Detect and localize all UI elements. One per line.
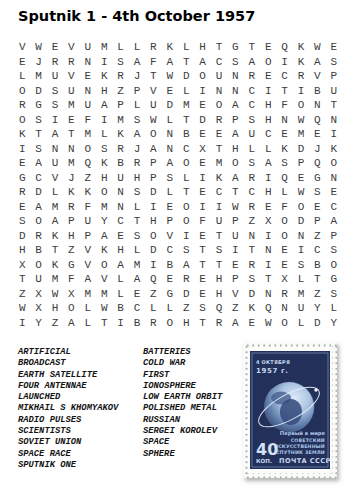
grid-cell-r11c5[interactable]: K [80, 185, 96, 200]
grid-cell-r2c6[interactable]: I [96, 55, 112, 70]
grid-cell-r1c9[interactable]: R [145, 40, 161, 55]
grid-cell-r6c9[interactable]: W [145, 113, 161, 128]
grid-cell-r11c14[interactable]: T [227, 185, 243, 200]
grid-cell-r5c1[interactable]: R [14, 98, 30, 113]
grid-cell-r1c2[interactable]: W [30, 40, 46, 55]
grid-cell-r16c9[interactable]: I [145, 258, 161, 273]
grid-cell-r11c19[interactable]: S [309, 185, 325, 200]
grid-cell-r11c7[interactable]: N [112, 185, 128, 200]
grid-cell-r19c17[interactable]: N [276, 301, 292, 316]
grid-cell-r16c18[interactable]: S [293, 258, 309, 273]
grid-cell-r16c20[interactable]: O [326, 258, 342, 273]
grid-cell-r18c16[interactable]: N [260, 287, 276, 302]
grid-cell-r8c15[interactable]: L [244, 142, 260, 157]
grid-cell-r13c20[interactable]: A [326, 214, 342, 229]
grid-cell-r17c3[interactable]: M [47, 272, 63, 287]
grid-cell-r14c4[interactable]: H [63, 229, 79, 244]
grid-cell-r9c16[interactable]: A [260, 156, 276, 171]
grid-cell-r7c19[interactable]: E [309, 127, 325, 142]
grid-cell-r2c13[interactable]: C [211, 55, 227, 70]
grid-cell-r8c10[interactable]: N [162, 142, 178, 157]
grid-cell-r19c16[interactable]: Q [260, 301, 276, 316]
grid-cell-r13c6[interactable]: Y [96, 214, 112, 229]
grid-cell-r19c18[interactable]: U [293, 301, 309, 316]
grid-cell-r14c10[interactable]: V [162, 229, 178, 244]
grid-cell-r4c18[interactable]: I [293, 84, 309, 99]
grid-cell-r8c19[interactable]: J [309, 142, 325, 157]
grid-cell-r18c14[interactable]: V [227, 287, 243, 302]
grid-cell-r20c11[interactable]: H [178, 316, 194, 331]
grid-cell-r3c6[interactable]: K [96, 69, 112, 84]
grid-cell-r16c12[interactable]: T [194, 258, 210, 273]
grid-cell-r12c18[interactable]: O [293, 200, 309, 215]
grid-cell-r16c2[interactable]: O [30, 258, 46, 273]
grid-cell-r16c14[interactable]: E [227, 258, 243, 273]
grid-cell-r14c5[interactable]: P [80, 229, 96, 244]
grid-cell-r2c14[interactable]: S [227, 55, 243, 70]
grid-cell-r18c4[interactable]: X [63, 287, 79, 302]
grid-cell-r6c3[interactable]: I [47, 113, 63, 128]
grid-cell-r2c3[interactable]: R [47, 55, 63, 70]
grid-cell-r1c11[interactable]: L [178, 40, 194, 55]
grid-cell-r1c20[interactable]: E [326, 40, 342, 55]
grid-cell-r5c3[interactable]: S [47, 98, 63, 113]
grid-cell-r12c5[interactable]: F [80, 200, 96, 215]
grid-cell-r16c4[interactable]: G [63, 258, 79, 273]
grid-cell-r9c17[interactable]: S [276, 156, 292, 171]
grid-cell-r5c5[interactable]: U [80, 98, 96, 113]
grid-cell-r12c7[interactable]: N [112, 200, 128, 215]
grid-cell-r17c11[interactable]: R [178, 272, 194, 287]
grid-cell-r8c2[interactable]: S [30, 142, 46, 157]
grid-cell-r7c15[interactable]: U [244, 127, 260, 142]
grid-cell-r4c5[interactable]: N [80, 84, 96, 99]
grid-cell-r1c15[interactable]: T [244, 40, 260, 55]
grid-cell-r11c8[interactable]: S [129, 185, 145, 200]
grid-cell-r7c1[interactable]: K [14, 127, 30, 142]
grid-cell-r14c9[interactable]: O [145, 229, 161, 244]
grid-cell-r12c3[interactable]: M [47, 200, 63, 215]
grid-cell-r19c14[interactable]: Z [227, 301, 243, 316]
grid-cell-r12c20[interactable]: C [326, 200, 342, 215]
grid-cell-r3c4[interactable]: V [63, 69, 79, 84]
grid-cell-r19c11[interactable]: Z [178, 301, 194, 316]
grid-cell-r2c20[interactable]: S [326, 55, 342, 70]
grid-cell-r10c3[interactable]: V [47, 171, 63, 186]
grid-cell-r19c9[interactable]: L [145, 301, 161, 316]
grid-cell-r19c19[interactable]: Y [309, 301, 325, 316]
grid-cell-r4c10[interactable]: E [162, 84, 178, 99]
grid-cell-r19c13[interactable]: Q [211, 301, 227, 316]
grid-cell-r2c1[interactable]: E [14, 55, 30, 70]
grid-cell-r17c20[interactable]: G [326, 272, 342, 287]
grid-cell-r16c8[interactable]: M [129, 258, 145, 273]
grid-cell-r17c17[interactable]: X [276, 272, 292, 287]
grid-cell-r3c20[interactable]: P [326, 69, 342, 84]
grid-cell-r7c17[interactable]: E [276, 127, 292, 142]
grid-cell-r18c19[interactable]: Z [309, 287, 325, 302]
grid-cell-r4c14[interactable]: N [227, 84, 243, 99]
grid-cell-r19c2[interactable]: X [30, 301, 46, 316]
grid-cell-r2c11[interactable]: T [178, 55, 194, 70]
grid-cell-r14c12[interactable]: E [194, 229, 210, 244]
grid-cell-r4c1[interactable]: O [14, 84, 30, 99]
grid-cell-r18c8[interactable]: E [129, 287, 145, 302]
grid-cell-r1c6[interactable]: M [96, 40, 112, 55]
grid-cell-r7c7[interactable]: K [112, 127, 128, 142]
grid-cell-r13c17[interactable]: O [276, 214, 292, 229]
grid-cell-r8c9[interactable]: A [145, 142, 161, 157]
grid-cell-r10c7[interactable]: U [112, 171, 128, 186]
grid-cell-r15c9[interactable]: D [145, 243, 161, 258]
grid-cell-r17c16[interactable]: T [260, 272, 276, 287]
grid-cell-r18c5[interactable]: M [80, 287, 96, 302]
grid-cell-r1c16[interactable]: E [260, 40, 276, 55]
grid-cell-r20c20[interactable]: Y [326, 316, 342, 331]
grid-cell-r15c12[interactable]: T [194, 243, 210, 258]
grid-cell-r8c5[interactable]: O [80, 142, 96, 157]
grid-cell-r18c18[interactable]: M [293, 287, 309, 302]
grid-cell-r1c1[interactable]: V [14, 40, 30, 55]
grid-cell-r13c13[interactable]: U [211, 214, 227, 229]
grid-cell-r7c6[interactable]: L [96, 127, 112, 142]
grid-cell-r17c1[interactable]: T [14, 272, 30, 287]
grid-cell-r17c2[interactable]: U [30, 272, 46, 287]
grid-cell-r8c3[interactable]: N [47, 142, 63, 157]
grid-cell-r1c13[interactable]: T [211, 40, 227, 55]
grid-cell-r5c11[interactable]: M [178, 98, 194, 113]
grid-cell-r14c3[interactable]: K [47, 229, 63, 244]
grid-cell-r10c14[interactable]: A [227, 171, 243, 186]
grid-cell-r14c16[interactable]: I [260, 229, 276, 244]
grid-cell-r2c17[interactable]: I [276, 55, 292, 70]
grid-cell-r11c13[interactable]: C [211, 185, 227, 200]
grid-cell-r9c4[interactable]: M [63, 156, 79, 171]
grid-cell-r19c4[interactable]: O [63, 301, 79, 316]
grid-cell-r10c19[interactable]: G [309, 171, 325, 186]
grid-cell-r8c13[interactable]: T [211, 142, 227, 157]
grid-cell-r10c1[interactable]: G [14, 171, 30, 186]
grid-cell-r1c17[interactable]: Q [276, 40, 292, 55]
grid-cell-r17c12[interactable]: E [194, 272, 210, 287]
grid-cell-r5c15[interactable]: C [244, 98, 260, 113]
grid-cell-r14c1[interactable]: D [14, 229, 30, 244]
grid-cell-r20c16[interactable]: W [260, 316, 276, 331]
grid-cell-r19c5[interactable]: L [80, 301, 96, 316]
grid-cell-r20c6[interactable]: T [96, 316, 112, 331]
grid-cell-r12c12[interactable]: I [194, 200, 210, 215]
grid-cell-r2c7[interactable]: S [112, 55, 128, 70]
grid-cell-r7c4[interactable]: T [63, 127, 79, 142]
grid-cell-r4c17[interactable]: T [276, 84, 292, 99]
grid-cell-r15c20[interactable]: S [326, 243, 342, 258]
grid-cell-r11c10[interactable]: L [162, 185, 178, 200]
grid-cell-r6c18[interactable]: W [293, 113, 309, 128]
grid-cell-r12c16[interactable]: E [260, 200, 276, 215]
grid-cell-r2c19[interactable]: A [309, 55, 325, 70]
grid-cell-r15c15[interactable]: T [244, 243, 260, 258]
grid-cell-r7c8[interactable]: A [129, 127, 145, 142]
grid-cell-r17c6[interactable]: V [96, 272, 112, 287]
grid-cell-r11c20[interactable]: E [326, 185, 342, 200]
grid-cell-r7c18[interactable]: M [293, 127, 309, 142]
grid-cell-r11c1[interactable]: R [14, 185, 30, 200]
grid-cell-r15c5[interactable]: V [80, 243, 96, 258]
grid-cell-r19c6[interactable]: W [96, 301, 112, 316]
grid-cell-r4c4[interactable]: U [63, 84, 79, 99]
grid-cell-r7c12[interactable]: E [194, 127, 210, 142]
grid-cell-r19c15[interactable]: K [244, 301, 260, 316]
grid-cell-r14c8[interactable]: S [129, 229, 145, 244]
grid-cell-r16c1[interactable]: X [14, 258, 30, 273]
grid-cell-r15c8[interactable]: L [129, 243, 145, 258]
grid-cell-r1c10[interactable]: K [162, 40, 178, 55]
grid-cell-r11c16[interactable]: H [260, 185, 276, 200]
grid-cell-r6c10[interactable]: L [162, 113, 178, 128]
grid-cell-r5c8[interactable]: L [129, 98, 145, 113]
grid-cell-r18c11[interactable]: D [178, 287, 194, 302]
grid-cell-r3c2[interactable]: M [30, 69, 46, 84]
grid-cell-r10c9[interactable]: P [145, 171, 161, 186]
grid-cell-r13c19[interactable]: P [309, 214, 325, 229]
grid-cell-r9c18[interactable]: P [293, 156, 309, 171]
grid-cell-r14c2[interactable]: R [30, 229, 46, 244]
grid-cell-r19c7[interactable]: B [112, 301, 128, 316]
grid-cell-r9c5[interactable]: Q [80, 156, 96, 171]
grid-cell-r20c14[interactable]: A [227, 316, 243, 331]
grid-cell-r11c18[interactable]: W [293, 185, 309, 200]
grid-cell-r13c5[interactable]: U [80, 214, 96, 229]
grid-cell-r1c7[interactable]: L [112, 40, 128, 55]
grid-cell-r5c18[interactable]: O [293, 98, 309, 113]
grid-cell-r10c17[interactable]: Q [276, 171, 292, 186]
grid-cell-r19c12[interactable]: S [194, 301, 210, 316]
grid-cell-r7c5[interactable]: M [80, 127, 96, 142]
grid-cell-r9c9[interactable]: P [145, 156, 161, 171]
grid-cell-r2c2[interactable]: J [30, 55, 46, 70]
grid-cell-r20c19[interactable]: D [309, 316, 325, 331]
grid-cell-r6c2[interactable]: S [30, 113, 46, 128]
grid-cell-r18c17[interactable]: R [276, 287, 292, 302]
grid-cell-r17c7[interactable]: L [112, 272, 128, 287]
grid-cell-r14c11[interactable]: I [178, 229, 194, 244]
grid-cell-r18c7[interactable]: L [112, 287, 128, 302]
grid-cell-r14c6[interactable]: A [96, 229, 112, 244]
grid-cell-r6c14[interactable]: P [227, 113, 243, 128]
grid-cell-r1c18[interactable]: K [293, 40, 309, 55]
grid-cell-r17c10[interactable]: E [162, 272, 178, 287]
grid-cell-r15c14[interactable]: I [227, 243, 243, 258]
grid-cell-r18c9[interactable]: Z [145, 287, 161, 302]
grid-cell-r10c4[interactable]: J [63, 171, 79, 186]
grid-cell-r2c16[interactable]: O [260, 55, 276, 70]
grid-cell-r4c6[interactable]: H [96, 84, 112, 99]
grid-cell-r11c17[interactable]: L [276, 185, 292, 200]
grid-cell-r10c10[interactable]: S [162, 171, 178, 186]
grid-cell-r4c19[interactable]: B [309, 84, 325, 99]
grid-cell-r10c11[interactable]: L [178, 171, 194, 186]
grid-cell-r10c16[interactable]: I [260, 171, 276, 186]
grid-cell-r17c13[interactable]: H [211, 272, 227, 287]
grid-cell-r7c16[interactable]: C [260, 127, 276, 142]
grid-cell-r17c14[interactable]: P [227, 272, 243, 287]
grid-cell-r6c8[interactable]: S [129, 113, 145, 128]
grid-cell-r20c13[interactable]: R [211, 316, 227, 331]
grid-cell-r11c15[interactable]: C [244, 185, 260, 200]
grid-cell-r20c8[interactable]: B [129, 316, 145, 331]
grid-cell-r20c4[interactable]: A [63, 316, 79, 331]
grid-cell-r14c7[interactable]: E [112, 229, 128, 244]
grid-cell-r16c3[interactable]: K [47, 258, 63, 273]
grid-cell-r6c16[interactable]: H [260, 113, 276, 128]
grid-cell-r1c4[interactable]: V [63, 40, 79, 55]
grid-cell-r20c2[interactable]: Y [30, 316, 46, 331]
grid-cell-r11c4[interactable]: K [63, 185, 79, 200]
grid-cell-r3c5[interactable]: E [80, 69, 96, 84]
grid-cell-r15c16[interactable]: N [260, 243, 276, 258]
grid-cell-r8c20[interactable]: K [326, 142, 342, 157]
grid-cell-r12c19[interactable]: E [309, 200, 325, 215]
grid-cell-r3c19[interactable]: V [309, 69, 325, 84]
grid-cell-r7c10[interactable]: N [162, 127, 178, 142]
grid-cell-r4c8[interactable]: P [129, 84, 145, 99]
grid-cell-r4c11[interactable]: L [178, 84, 194, 99]
grid-cell-r8c7[interactable]: R [112, 142, 128, 157]
grid-cell-r5c2[interactable]: G [30, 98, 46, 113]
grid-cell-r3c18[interactable]: R [293, 69, 309, 84]
grid-cell-r5c20[interactable]: T [326, 98, 342, 113]
grid-cell-r1c12[interactable]: H [194, 40, 210, 55]
grid-cell-r12c15[interactable]: R [244, 200, 260, 215]
grid-cell-r13c7[interactable]: C [112, 214, 128, 229]
grid-cell-r2c12[interactable]: A [194, 55, 210, 70]
grid-cell-r16c15[interactable]: R [244, 258, 260, 273]
grid-cell-r6c20[interactable]: N [326, 113, 342, 128]
grid-cell-r6c1[interactable]: O [14, 113, 30, 128]
grid-cell-r2c8[interactable]: A [129, 55, 145, 70]
grid-cell-r9c13[interactable]: M [211, 156, 227, 171]
grid-cell-r13c14[interactable]: P [227, 214, 243, 229]
grid-cell-r3c1[interactable]: L [14, 69, 30, 84]
grid-cell-r7c2[interactable]: T [30, 127, 46, 142]
grid-cell-r11c2[interactable]: D [30, 185, 46, 200]
grid-cell-r17c18[interactable]: L [293, 272, 309, 287]
grid-cell-r13c4[interactable]: P [63, 214, 79, 229]
grid-cell-r1c19[interactable]: W [309, 40, 325, 55]
grid-cell-r16c7[interactable]: A [112, 258, 128, 273]
grid-cell-r14c14[interactable]: U [227, 229, 243, 244]
grid-cell-r6c13[interactable]: R [211, 113, 227, 128]
grid-cell-r20c15[interactable]: E [244, 316, 260, 331]
grid-cell-r19c20[interactable]: L [326, 301, 342, 316]
grid-cell-r9c11[interactable]: O [178, 156, 194, 171]
grid-cell-r4c13[interactable]: N [211, 84, 227, 99]
grid-cell-r13c12[interactable]: F [194, 214, 210, 229]
grid-cell-r5c10[interactable]: D [162, 98, 178, 113]
grid-cell-r4c7[interactable]: Z [112, 84, 128, 99]
grid-cell-r5c17[interactable]: F [276, 98, 292, 113]
grid-cell-r8c1[interactable]: I [14, 142, 30, 157]
grid-cell-r13c15[interactable]: Z [244, 214, 260, 229]
grid-cell-r17c8[interactable]: A [129, 272, 145, 287]
grid-cell-r13c11[interactable]: O [178, 214, 194, 229]
grid-cell-r7c11[interactable]: B [178, 127, 194, 142]
grid-cell-r18c15[interactable]: D [244, 287, 260, 302]
grid-cell-r3c3[interactable]: U [47, 69, 63, 84]
grid-cell-r10c12[interactable]: I [194, 171, 210, 186]
grid-cell-r3c14[interactable]: N [227, 69, 243, 84]
grid-cell-r7c20[interactable]: I [326, 127, 342, 142]
grid-cell-r9c19[interactable]: Q [309, 156, 325, 171]
grid-cell-r15c11[interactable]: S [178, 243, 194, 258]
grid-cell-r4c16[interactable]: I [260, 84, 276, 99]
grid-cell-r12c1[interactable]: E [14, 200, 30, 215]
grid-cell-r3c11[interactable]: D [178, 69, 194, 84]
grid-cell-r4c15[interactable]: C [244, 84, 260, 99]
grid-cell-r8c14[interactable]: H [227, 142, 243, 157]
grid-cell-r6c11[interactable]: T [178, 113, 194, 128]
grid-cell-r16c16[interactable]: I [260, 258, 276, 273]
grid-cell-r3c9[interactable]: T [145, 69, 161, 84]
grid-cell-r20c1[interactable]: I [14, 316, 30, 331]
grid-cell-r14c15[interactable]: N [244, 229, 260, 244]
grid-cell-r18c1[interactable]: Z [14, 287, 30, 302]
grid-cell-r7c14[interactable]: A [227, 127, 243, 142]
grid-cell-r2c5[interactable]: N [80, 55, 96, 70]
grid-cell-r2c4[interactable]: R [63, 55, 79, 70]
grid-cell-r6c17[interactable]: N [276, 113, 292, 128]
grid-cell-r14c18[interactable]: N [293, 229, 309, 244]
grid-cell-r17c15[interactable]: S [244, 272, 260, 287]
grid-cell-r18c20[interactable]: S [326, 287, 342, 302]
grid-cell-r15c7[interactable]: H [112, 243, 128, 258]
grid-cell-r9c20[interactable]: O [326, 156, 342, 171]
grid-cell-r7c9[interactable]: O [145, 127, 161, 142]
grid-cell-r17c5[interactable]: A [80, 272, 96, 287]
grid-cell-r5c4[interactable]: M [63, 98, 79, 113]
grid-cell-r10c2[interactable]: C [30, 171, 46, 186]
grid-cell-r12c8[interactable]: L [129, 200, 145, 215]
grid-cell-r20c9[interactable]: R [145, 316, 161, 331]
grid-cell-r11c12[interactable]: E [194, 185, 210, 200]
grid-cell-r16c19[interactable]: B [309, 258, 325, 273]
grid-cell-r20c10[interactable]: O [162, 316, 178, 331]
grid-cell-r10c6[interactable]: H [96, 171, 112, 186]
grid-cell-r5c13[interactable]: O [211, 98, 227, 113]
grid-cell-r19c10[interactable]: L [162, 301, 178, 316]
grid-cell-r13c9[interactable]: H [145, 214, 161, 229]
grid-cell-r3c10[interactable]: W [162, 69, 178, 84]
grid-cell-r6c4[interactable]: E [63, 113, 79, 128]
grid-cell-r6c19[interactable]: Q [309, 113, 325, 128]
grid-cell-r3c17[interactable]: C [276, 69, 292, 84]
grid-cell-r9c7[interactable]: B [112, 156, 128, 171]
grid-cell-r5c7[interactable]: P [112, 98, 128, 113]
grid-cell-r8c11[interactable]: C [178, 142, 194, 157]
grid-cell-r8c6[interactable]: S [96, 142, 112, 157]
grid-cell-r20c7[interactable]: I [112, 316, 128, 331]
grid-cell-r6c12[interactable]: D [194, 113, 210, 128]
grid-cell-r14c17[interactable]: O [276, 229, 292, 244]
grid-cell-r8c16[interactable]: L [260, 142, 276, 157]
grid-cell-r6c6[interactable]: I [96, 113, 112, 128]
grid-cell-r12c9[interactable]: I [145, 200, 161, 215]
grid-cell-r6c5[interactable]: F [80, 113, 96, 128]
grid-cell-r1c5[interactable]: U [80, 40, 96, 55]
grid-cell-r14c19[interactable]: Z [309, 229, 325, 244]
grid-cell-r19c8[interactable]: C [129, 301, 145, 316]
grid-cell-r8c12[interactable]: X [194, 142, 210, 157]
